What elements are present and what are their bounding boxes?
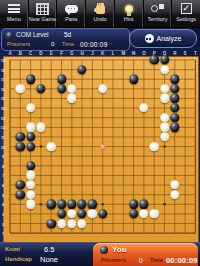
undo-button[interactable]: Undo [86, 0, 115, 27]
com-level-value: 5d [64, 31, 71, 38]
territory-button[interactable]: Territory [144, 0, 173, 27]
hint-label: Hint [124, 16, 134, 22]
com-prisoners-value: 0 [51, 41, 54, 47]
com-time-value: 00:00:09 [80, 41, 108, 48]
menu-label: Menu [7, 16, 21, 22]
analyze-button[interactable]: Analyze [129, 29, 197, 48]
new-game-label: New Game [29, 16, 57, 22]
settings-button[interactable]: ✓ Settings [172, 0, 200, 27]
you-player-panel: You Prisoners 0 Time 00:00:09 [93, 243, 198, 266]
hint-button[interactable]: Hint [115, 0, 144, 27]
go-app-window: Menu New Game Pass Undo Hint Territory ✓… [0, 0, 200, 266]
pass-label: Pass [65, 16, 77, 22]
you-time-value: 00:00:09 [166, 256, 198, 265]
com-time-label: Time [62, 41, 74, 47]
hand-icon [96, 3, 105, 14]
undo-label: Undo [93, 16, 106, 22]
lightbulb-icon [125, 3, 133, 14]
komi-label: Komi [5, 246, 20, 252]
status-bar: COM Level 5d Prisoners 0 Time 00:00:09 A… [0, 27, 200, 51]
com-player-panel: COM Level 5d Prisoners 0 Time 00:00:09 [1, 28, 130, 51]
you-label: You [112, 245, 127, 254]
move-marker-K10 [100, 144, 105, 149]
pulse-meter-icon [145, 34, 154, 43]
menu-icon [8, 3, 20, 14]
board-grid-icon [36, 3, 49, 14]
analyze-label: Analyze [157, 35, 182, 42]
territory-label: Territory [148, 16, 168, 22]
pass-button[interactable]: Pass [57, 0, 86, 27]
settings-label: Settings [176, 16, 196, 22]
com-level-label: COM Level [16, 31, 49, 38]
handicap-value: None [40, 255, 58, 264]
territory-shapes-icon [151, 3, 164, 14]
toolbar: Menu New Game Pass Undo Hint Territory ✓… [0, 0, 200, 28]
go-board[interactable]: ABCDEFGHJKLMNOPQRST191817161514131211109… [0, 51, 200, 242]
speech-bubble-icon [65, 3, 78, 14]
new-game-button[interactable]: New Game [29, 0, 58, 27]
you-prisoners-label: Prisoners [101, 257, 126, 263]
black-stone-icon [6, 32, 13, 39]
handicap-label: Handicap [5, 256, 32, 262]
menu-button[interactable]: Menu [0, 0, 29, 27]
you-prisoners-value: 0 [139, 257, 143, 264]
black-stone-icon [100, 246, 108, 254]
komi-value: 6.5 [44, 245, 54, 254]
com-prisoners-label: Prisoners [7, 41, 30, 47]
checkbox-check-icon: ✓ [181, 3, 192, 14]
you-time-label: Time [150, 257, 163, 263]
bottom-bar: Komi 6.5 Handicap None You Prisoners 0 T… [0, 242, 200, 266]
